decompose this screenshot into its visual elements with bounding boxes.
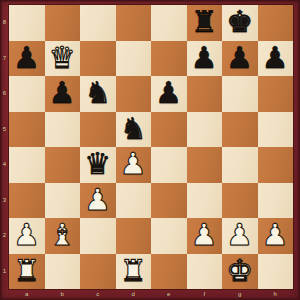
square-f7[interactable]: ♟︎ bbox=[187, 41, 223, 77]
square-c7[interactable] bbox=[80, 41, 116, 77]
square-e8[interactable] bbox=[151, 5, 187, 41]
square-c6[interactable]: ♞︎ bbox=[80, 76, 116, 112]
black-pawn-a7: ♟︎ bbox=[13, 40, 40, 76]
square-g5[interactable] bbox=[222, 112, 258, 148]
square-g2[interactable]: ♟︎ bbox=[222, 218, 258, 254]
square-a7[interactable]: ♟︎ bbox=[9, 41, 45, 77]
rank-label-6: 6 bbox=[0, 76, 9, 112]
square-b7[interactable]: ♛︎ bbox=[45, 41, 81, 77]
rank-label-4: 4 bbox=[0, 147, 9, 183]
square-h7[interactable]: ♟︎ bbox=[258, 41, 294, 77]
file-label-d: d bbox=[116, 289, 152, 300]
white-pawn-f2: ♟︎ bbox=[191, 217, 218, 253]
white-pawn-a2: ♟︎ bbox=[13, 217, 40, 253]
file-label-h: h bbox=[258, 289, 294, 300]
square-h5[interactable] bbox=[258, 112, 294, 148]
chess-diagram: ♜︎♚︎♟︎♛︎♟︎♟︎♟︎♟︎♞︎♟︎♞︎♛︎♟︎♟︎♟︎♝︎♟︎♟︎♟︎♜︎… bbox=[0, 0, 300, 300]
square-a5[interactable] bbox=[9, 112, 45, 148]
square-a2[interactable]: ♟︎ bbox=[9, 218, 45, 254]
square-d6[interactable] bbox=[116, 76, 152, 112]
white-bishop-b2: ♝︎ bbox=[49, 217, 76, 253]
square-c5[interactable] bbox=[80, 112, 116, 148]
black-pawn-f7: ♟︎ bbox=[191, 40, 218, 76]
square-c8[interactable] bbox=[80, 5, 116, 41]
square-e7[interactable] bbox=[151, 41, 187, 77]
square-a4[interactable] bbox=[9, 147, 45, 183]
square-a1[interactable]: ♜︎ bbox=[9, 254, 45, 290]
square-e4[interactable] bbox=[151, 147, 187, 183]
square-d8[interactable] bbox=[116, 5, 152, 41]
file-label-f: f bbox=[187, 289, 223, 300]
square-g7[interactable]: ♟︎ bbox=[222, 41, 258, 77]
square-f5[interactable] bbox=[187, 112, 223, 148]
square-b1[interactable] bbox=[45, 254, 81, 290]
square-g4[interactable] bbox=[222, 147, 258, 183]
square-f2[interactable]: ♟︎ bbox=[187, 218, 223, 254]
square-f6[interactable] bbox=[187, 76, 223, 112]
file-label-a: a bbox=[9, 289, 45, 300]
black-knight-c6: ♞︎ bbox=[84, 75, 111, 111]
square-g8[interactable]: ♚︎ bbox=[222, 5, 258, 41]
rank-label-5: 5 bbox=[0, 112, 9, 148]
rank-label-1: 1 bbox=[0, 254, 9, 290]
black-rook-f8: ♜︎ bbox=[191, 4, 218, 40]
square-e3[interactable] bbox=[151, 183, 187, 219]
square-b4[interactable] bbox=[45, 147, 81, 183]
square-d3[interactable] bbox=[116, 183, 152, 219]
square-c4[interactable]: ♛︎ bbox=[80, 147, 116, 183]
square-h4[interactable] bbox=[258, 147, 294, 183]
square-g3[interactable] bbox=[222, 183, 258, 219]
square-e6[interactable]: ♟︎ bbox=[151, 76, 187, 112]
square-e1[interactable] bbox=[151, 254, 187, 290]
black-queen-c4: ♛︎ bbox=[84, 146, 111, 182]
file-label-g: g bbox=[222, 289, 258, 300]
file-label-c: c bbox=[80, 289, 116, 300]
black-pawn-b6: ♟︎ bbox=[49, 75, 76, 111]
square-d1[interactable]: ♜︎ bbox=[116, 254, 152, 290]
file-label-e: e bbox=[151, 289, 187, 300]
white-pawn-g2: ♟︎ bbox=[226, 217, 253, 253]
square-b5[interactable] bbox=[45, 112, 81, 148]
square-g6[interactable] bbox=[222, 76, 258, 112]
square-c1[interactable] bbox=[80, 254, 116, 290]
black-pawn-g7: ♟︎ bbox=[226, 40, 253, 76]
square-e5[interactable] bbox=[151, 112, 187, 148]
square-h8[interactable] bbox=[258, 5, 294, 41]
rank-label-3: 3 bbox=[0, 183, 9, 219]
square-c2[interactable] bbox=[80, 218, 116, 254]
white-rook-d1: ♜︎ bbox=[120, 253, 147, 289]
square-f4[interactable] bbox=[187, 147, 223, 183]
square-d4[interactable]: ♟︎ bbox=[116, 147, 152, 183]
white-pawn-d4: ♟︎ bbox=[120, 146, 147, 182]
white-king-g1: ♚︎ bbox=[226, 253, 253, 289]
square-b3[interactable] bbox=[45, 183, 81, 219]
square-a6[interactable] bbox=[9, 76, 45, 112]
square-h3[interactable] bbox=[258, 183, 294, 219]
white-pawn-c3: ♟︎ bbox=[84, 182, 111, 218]
file-label-b: b bbox=[45, 289, 81, 300]
square-f3[interactable] bbox=[187, 183, 223, 219]
square-h6[interactable] bbox=[258, 76, 294, 112]
chess-board: ♜︎♚︎♟︎♛︎♟︎♟︎♟︎♟︎♞︎♟︎♞︎♛︎♟︎♟︎♟︎♝︎♟︎♟︎♟︎♜︎… bbox=[9, 5, 293, 289]
square-a3[interactable] bbox=[9, 183, 45, 219]
square-d5[interactable]: ♞︎ bbox=[116, 112, 152, 148]
square-f8[interactable]: ♜︎ bbox=[187, 5, 223, 41]
square-c3[interactable]: ♟︎ bbox=[80, 183, 116, 219]
square-d7[interactable] bbox=[116, 41, 152, 77]
square-e2[interactable] bbox=[151, 218, 187, 254]
black-knight-d5: ♞︎ bbox=[120, 111, 147, 147]
square-b6[interactable]: ♟︎ bbox=[45, 76, 81, 112]
square-g1[interactable]: ♚︎ bbox=[222, 254, 258, 290]
rank-label-7: 7 bbox=[0, 41, 9, 77]
square-a8[interactable] bbox=[9, 5, 45, 41]
rank-label-2: 2 bbox=[0, 218, 9, 254]
black-pawn-e6: ♟︎ bbox=[155, 75, 182, 111]
rank-label-8: 8 bbox=[0, 5, 9, 41]
square-d2[interactable] bbox=[116, 218, 152, 254]
black-pawn-h7: ♟︎ bbox=[262, 40, 289, 76]
white-rook-a1: ♜︎ bbox=[13, 253, 40, 289]
square-b2[interactable]: ♝︎ bbox=[45, 218, 81, 254]
white-queen-b7: ♛︎ bbox=[49, 40, 76, 76]
white-pawn-h2: ♟︎ bbox=[262, 217, 289, 253]
square-h2[interactable]: ♟︎ bbox=[258, 218, 294, 254]
square-f1[interactable] bbox=[187, 254, 223, 290]
square-b8[interactable] bbox=[45, 5, 81, 41]
black-king-g8: ♚︎ bbox=[226, 4, 253, 40]
square-h1[interactable] bbox=[258, 254, 294, 290]
